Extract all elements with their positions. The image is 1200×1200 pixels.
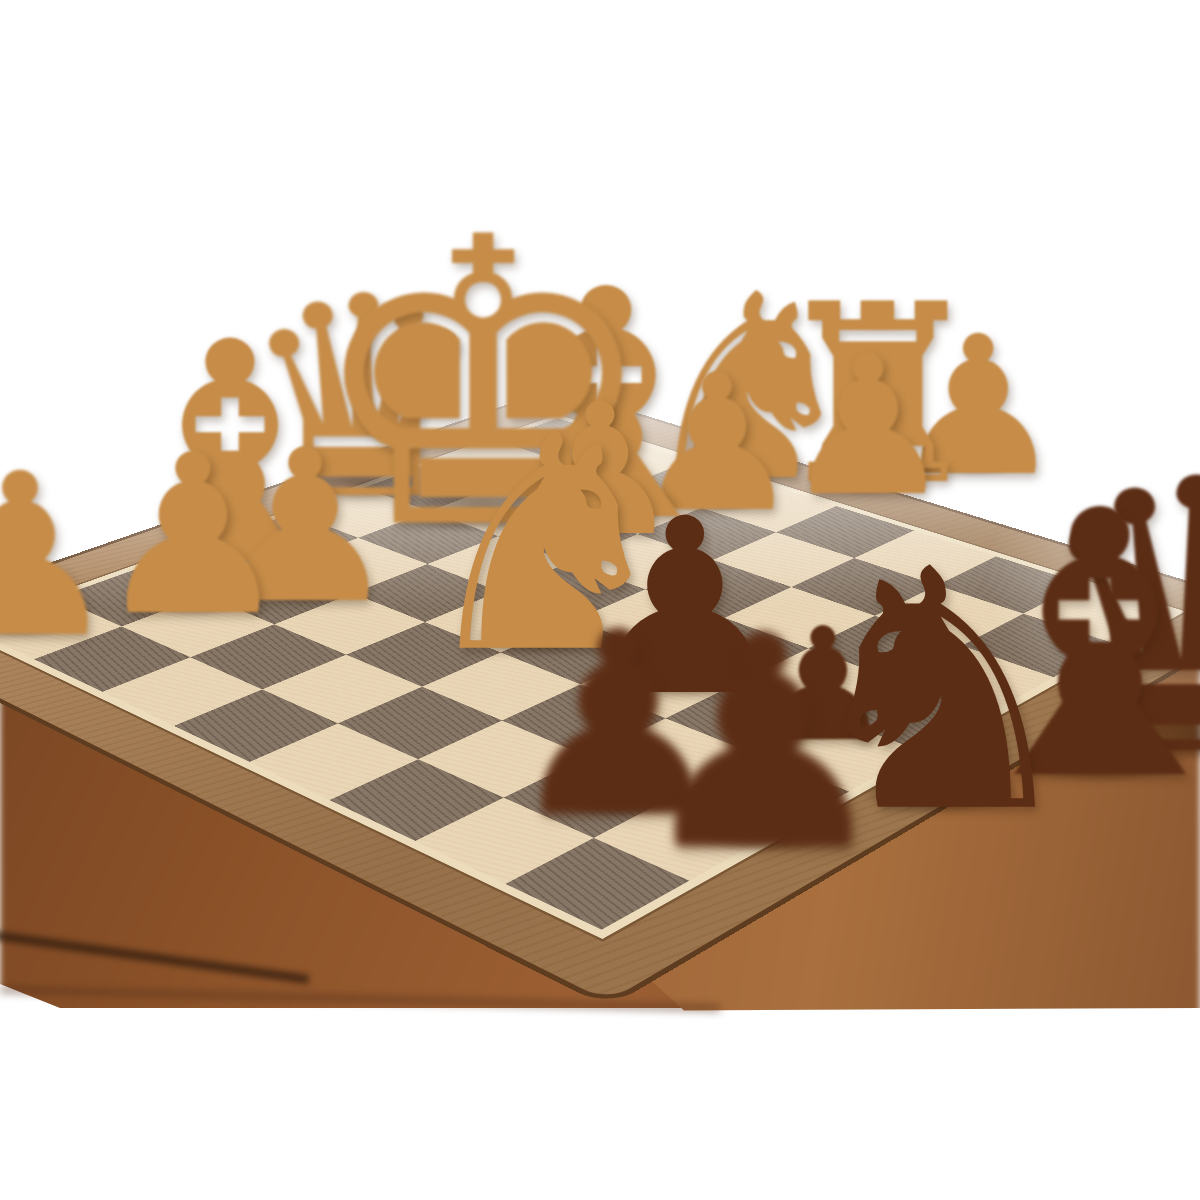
white-pawn-b7[interactable]: ♟ <box>94 425 292 646</box>
pieces-layer: ♟♝♟♟♛♚♝♟♞♟♜♟♟♞♟♟♟♟♞♝♛ <box>0 0 1200 1200</box>
black-pawn-f3[interactable]: ♟ <box>631 597 895 891</box>
white-pawn-a7[interactable]: ♟ <box>0 444 121 669</box>
piece-glyph: ♟ <box>782 331 954 523</box>
chess-set-photo: ♟♝♟♟♛♚♝♟♞♟♜♟♟♞♟♟♟♟♞♝♛ <box>0 0 1200 1200</box>
piece-glyph: ♟ <box>0 444 121 669</box>
white-pawn-g7[interactable]: ♟ <box>782 331 954 523</box>
piece-glyph: ♟ <box>631 597 895 891</box>
piece-glyph: ♟ <box>94 425 292 646</box>
